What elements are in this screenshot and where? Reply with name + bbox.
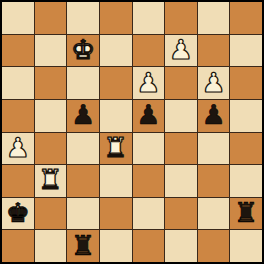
white-rook-piece[interactable]: ♜ [38,166,62,193]
square-c4[interactable] [67,133,99,165]
white-rook-piece[interactable]: ♜ [104,134,128,161]
square-f1[interactable] [165,230,197,262]
square-c1[interactable]: ♜ [67,230,99,262]
square-a4[interactable]: ♟ [2,133,34,165]
square-e6[interactable]: ♟ [133,67,165,99]
black-rook-piece[interactable]: ♜ [234,199,258,226]
square-h1[interactable] [230,230,262,262]
square-g6[interactable]: ♟ [198,67,230,99]
square-e2[interactable] [133,198,165,230]
square-h8[interactable] [230,2,262,34]
square-h6[interactable] [230,67,262,99]
square-g3[interactable] [198,165,230,197]
square-g8[interactable] [198,2,230,34]
black-pawn-piece[interactable]: ♟ [71,101,95,128]
square-g1[interactable] [198,230,230,262]
square-c2[interactable] [67,198,99,230]
square-e4[interactable] [133,133,165,165]
square-d8[interactable] [100,2,132,34]
square-c7[interactable]: ♚ [67,35,99,67]
black-king-piece[interactable]: ♚ [6,199,30,226]
square-b6[interactable] [35,67,67,99]
square-e7[interactable] [133,35,165,67]
square-a8[interactable] [2,2,34,34]
square-a7[interactable] [2,35,34,67]
white-pawn-piece[interactable]: ♟ [6,134,30,161]
square-g2[interactable] [198,198,230,230]
square-f2[interactable] [165,198,197,230]
chess-board: ♚♟♟♟♟♟♟♟♜♜♚♜♜ [0,0,264,264]
square-c8[interactable] [67,2,99,34]
white-pawn-piece[interactable]: ♟ [201,69,225,96]
square-a1[interactable] [2,230,34,262]
black-pawn-piece[interactable]: ♟ [201,101,225,128]
square-c6[interactable] [67,67,99,99]
square-b7[interactable] [35,35,67,67]
black-rook-piece[interactable]: ♜ [71,232,95,259]
white-king-piece[interactable]: ♚ [71,36,95,63]
square-h4[interactable] [230,133,262,165]
square-d7[interactable] [100,35,132,67]
square-b3[interactable]: ♜ [35,165,67,197]
square-g7[interactable] [198,35,230,67]
square-b2[interactable] [35,198,67,230]
square-f6[interactable] [165,67,197,99]
square-e1[interactable] [133,230,165,262]
square-e8[interactable] [133,2,165,34]
square-d3[interactable] [100,165,132,197]
square-d1[interactable] [100,230,132,262]
square-h5[interactable] [230,100,262,132]
square-b4[interactable] [35,133,67,165]
square-d2[interactable] [100,198,132,230]
white-pawn-piece[interactable]: ♟ [136,69,160,96]
square-h2[interactable]: ♜ [230,198,262,230]
black-pawn-piece[interactable]: ♟ [136,101,160,128]
square-g4[interactable] [198,133,230,165]
square-h3[interactable] [230,165,262,197]
square-a3[interactable] [2,165,34,197]
white-pawn-piece[interactable]: ♟ [169,36,193,63]
square-a2[interactable]: ♚ [2,198,34,230]
square-b5[interactable] [35,100,67,132]
square-g5[interactable]: ♟ [198,100,230,132]
square-d6[interactable] [100,67,132,99]
square-f7[interactable]: ♟ [165,35,197,67]
square-d4[interactable]: ♜ [100,133,132,165]
square-b1[interactable] [35,230,67,262]
square-c3[interactable] [67,165,99,197]
square-f4[interactable] [165,133,197,165]
square-f3[interactable] [165,165,197,197]
square-c5[interactable]: ♟ [67,100,99,132]
square-e3[interactable] [133,165,165,197]
square-f5[interactable] [165,100,197,132]
square-a5[interactable] [2,100,34,132]
square-e5[interactable]: ♟ [133,100,165,132]
square-b8[interactable] [35,2,67,34]
square-a6[interactable] [2,67,34,99]
square-d5[interactable] [100,100,132,132]
square-f8[interactable] [165,2,197,34]
square-h7[interactable] [230,35,262,67]
